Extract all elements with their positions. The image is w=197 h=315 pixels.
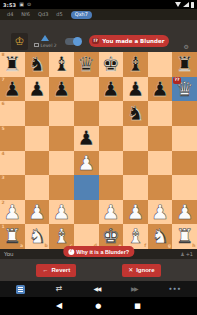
black-knight-f6: ♞: [123, 101, 148, 126]
level-label: Level 2: [41, 43, 57, 48]
square-h6[interactable]: [172, 101, 197, 126]
square-d6[interactable]: [74, 101, 99, 126]
square-f7[interactable]: ♟: [123, 77, 148, 102]
black-pawn-b7: ♟: [25, 77, 50, 102]
black-knight-b8: ♞: [25, 52, 50, 77]
x-icon: ✕: [128, 267, 133, 273]
square-b5[interactable]: [25, 126, 50, 151]
question-circle-icon: ?: [68, 249, 74, 255]
square-d8[interactable]: ♛: [74, 52, 99, 77]
level-indicator[interactable]: Level 2: [34, 35, 57, 48]
rank-label-2: 2: [2, 201, 5, 206]
rank-label-3: 3: [2, 176, 5, 181]
square-a5[interactable]: 5: [0, 126, 25, 151]
square-h4[interactable]: [172, 151, 197, 176]
square-g6[interactable]: [148, 101, 173, 126]
rank-label-4: 4: [2, 152, 5, 157]
black-pawn-d5: ♟: [74, 126, 99, 151]
blunder-move-badge: ??: [173, 77, 181, 84]
square-d7[interactable]: [74, 77, 99, 102]
square-b6[interactable]: [25, 101, 50, 126]
square-f5[interactable]: [123, 126, 148, 151]
square-b1[interactable]: ♞b: [25, 224, 50, 249]
square-d4[interactable]: ♟: [74, 151, 99, 176]
file-label-b: b: [45, 244, 48, 249]
blunder-actions: ← Revert ✕ Ignore: [0, 259, 197, 281]
black-pawn-g7: ♟: [148, 77, 173, 102]
square-c2[interactable]: ♟: [49, 200, 74, 225]
square-g3[interactable]: [148, 175, 173, 200]
move-Qxh7[interactable]: Qxh7: [71, 11, 92, 19]
square-a7[interactable]: ♟7: [0, 77, 25, 102]
assistance-toggle[interactable]: [65, 38, 81, 45]
square-h7[interactable]: ♛??: [172, 77, 197, 102]
square-b3[interactable]: [25, 175, 50, 200]
player-name-label: You: [4, 251, 13, 257]
move-list: d4Nf6Qd3d5Qxh7: [0, 9, 197, 20]
blunder-symbol-icon: !?: [92, 38, 100, 45]
blunder-banner-text: You made a Blunder: [102, 38, 164, 44]
computer-icon: [34, 43, 39, 47]
square-h2[interactable]: ♟: [172, 200, 197, 225]
square-f3[interactable]: [123, 175, 148, 200]
white-pawn-h2: ♟: [172, 200, 197, 225]
ignore-button[interactable]: ✕ Ignore: [122, 264, 160, 277]
square-b4[interactable]: [25, 151, 50, 176]
square-c8[interactable]: ♝: [49, 52, 74, 77]
wifi-icon: [175, 2, 181, 7]
flip-board-icon[interactable]: ⇄: [56, 285, 63, 293]
square-d2[interactable]: [74, 200, 99, 225]
square-c7[interactable]: ♟: [49, 77, 74, 102]
square-g2[interactable]: ♟: [148, 200, 173, 225]
square-a1[interactable]: ♜1a: [0, 224, 25, 249]
white-pawn-c2: ♟: [49, 200, 74, 225]
spacer: [0, 20, 197, 30]
more-options-icon[interactable]: •••: [168, 286, 181, 292]
square-e2[interactable]: ♟: [99, 200, 124, 225]
crown-icon: ♔: [15, 36, 25, 47]
white-pawn-g2: ♟: [148, 200, 173, 225]
file-label-g: g: [168, 244, 171, 249]
square-e6[interactable]: [99, 101, 124, 126]
square-b8[interactable]: ♞: [25, 52, 50, 77]
square-a2[interactable]: ♟2: [0, 200, 25, 225]
square-a3[interactable]: 3: [0, 175, 25, 200]
black-queen-d8: ♛: [74, 52, 99, 77]
nav-home-button[interactable]: ●: [95, 303, 101, 310]
square-e7[interactable]: ♟: [99, 77, 124, 102]
square-c6[interactable]: [49, 101, 74, 126]
revert-button[interactable]: ← Revert: [36, 264, 76, 277]
file-label-a: a: [20, 244, 23, 249]
move-list-icon[interactable]: [16, 285, 25, 294]
android-status-bar: 3:53 ▣ ⊙: [0, 0, 197, 9]
nav-recents-button[interactable]: ■: [134, 303, 141, 310]
material-score: ♟ +1: [180, 251, 193, 257]
rank-label-6: 6: [2, 102, 5, 107]
back-arrow-icon: ←: [42, 267, 48, 273]
black-rook-h8: ♜: [172, 52, 197, 77]
square-h1[interactable]: ♜h: [172, 224, 197, 249]
white-pawn-d4: ♟: [74, 151, 99, 176]
rank-label-8: 8: [2, 53, 5, 58]
white-pawn-e2: ♟: [99, 200, 124, 225]
settings-gear-icon[interactable]: ⚙: [184, 44, 189, 50]
rewind-icon[interactable]: ◀◀: [94, 286, 100, 292]
square-c5[interactable]: [49, 126, 74, 151]
board-footer: You ? Why it is a Blunder? ♟ +1: [0, 249, 197, 259]
square-f8[interactable]: ♝: [123, 52, 148, 77]
rank-label-1: 1: [2, 225, 5, 230]
file-label-f: f: [144, 244, 146, 249]
black-pawn-e7: ♟: [99, 77, 124, 102]
white-pawn-f2: ♟: [123, 200, 148, 225]
square-h8[interactable]: ♜: [172, 52, 197, 77]
square-d3[interactable]: [74, 175, 99, 200]
square-e8[interactable]: ♚: [99, 52, 124, 77]
captured-pawn-icon: ♟: [180, 251, 184, 257]
move-d4[interactable]: d4: [7, 12, 13, 17]
opponent-row: ♔ Level 2 !? You made a Blunder ⚙: [0, 30, 197, 52]
rank-label-5: 5: [2, 127, 5, 132]
fast-forward-icon[interactable]: ▶▶: [131, 286, 137, 292]
triangle-up-icon: [41, 35, 49, 41]
battery-icon: [191, 2, 194, 8]
square-g4[interactable]: [148, 151, 173, 176]
square-b7[interactable]: ♟: [25, 77, 50, 102]
black-pawn-f7: ♟: [123, 77, 148, 102]
move-Qd3[interactable]: Qd3: [38, 12, 48, 17]
square-h5[interactable]: [172, 126, 197, 151]
notification-icon-1: ▣: [19, 2, 24, 7]
blunder-banner: !? You made a Blunder: [89, 35, 170, 47]
square-e5[interactable]: [99, 126, 124, 151]
android-nav-bar: ◀ ● ■: [0, 297, 197, 315]
square-e3[interactable]: [99, 175, 124, 200]
square-d5[interactable]: ♟: [74, 126, 99, 151]
notification-icon-2: ⊙: [27, 2, 31, 7]
cell-signal-icon: [183, 2, 189, 7]
why-blunder-button[interactable]: ? Why it is a Blunder?: [63, 246, 134, 257]
app-root: 3:53 ▣ ⊙ d4Nf6Qd3d5Qxh7 ♔ Level 2 !? You…: [0, 0, 197, 315]
square-a8[interactable]: ♜8: [0, 52, 25, 77]
black-king-e8: ♚: [99, 52, 124, 77]
black-bishop-c8: ♝: [49, 52, 74, 77]
app-toolbar: ⇄ ◀◀ ▶▶ •••: [0, 281, 197, 297]
square-f4[interactable]: [123, 151, 148, 176]
black-bishop-f8: ♝: [123, 52, 148, 77]
square-g5[interactable]: [148, 126, 173, 151]
toggle-knob: [73, 37, 82, 46]
file-label-h: h: [192, 244, 195, 249]
black-pawn-c7: ♟: [49, 77, 74, 102]
square-f6[interactable]: ♞: [123, 101, 148, 126]
square-g7[interactable]: ♟: [148, 77, 173, 102]
square-f2[interactable]: ♟: [123, 200, 148, 225]
square-b2[interactable]: ♟: [25, 200, 50, 225]
chess-board: ♜8♞♝♛♚♝♜♟7♟♟♟♟♟♛??6♞5♟4♟3♟2♟♟♟♟♟♟♜1a♞b♝c…: [0, 52, 197, 249]
square-h3[interactable]: [172, 175, 197, 200]
rank-label-7: 7: [2, 78, 5, 83]
move-d5[interactable]: d5: [56, 12, 62, 17]
bot-avatar[interactable]: ♔: [11, 33, 28, 50]
clock: 3:53: [3, 2, 16, 8]
nav-back-button[interactable]: ◀: [56, 302, 62, 310]
square-c3[interactable]: [49, 175, 74, 200]
move-Nf6[interactable]: Nf6: [21, 12, 30, 17]
square-c4[interactable]: [49, 151, 74, 176]
square-e4[interactable]: [99, 151, 124, 176]
square-a6[interactable]: 6: [0, 101, 25, 126]
square-g1[interactable]: ♞g: [148, 224, 173, 249]
white-pawn-b2: ♟: [25, 200, 50, 225]
square-a4[interactable]: 4: [0, 151, 25, 176]
square-g8[interactable]: [148, 52, 173, 77]
